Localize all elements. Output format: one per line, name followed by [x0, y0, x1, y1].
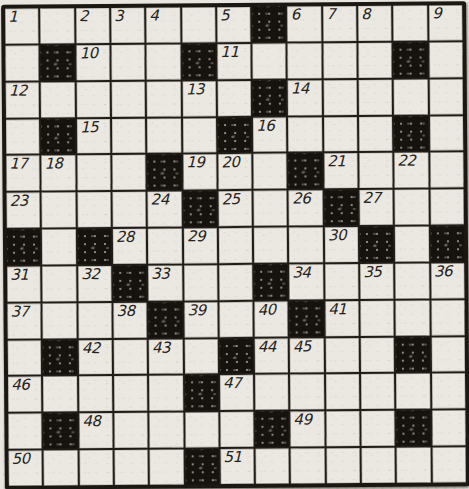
clue-number-26: 26 — [289, 191, 322, 207]
cell-r1c6[interactable] — [182, 7, 216, 42]
clue-number-47: 47 — [220, 375, 253, 391]
cell-r7c3-black — [77, 229, 111, 264]
cell-r11c4[interactable] — [114, 376, 148, 411]
cell-r7c2[interactable] — [42, 229, 76, 264]
clue-number-2: 2 — [76, 8, 110, 24]
clue-number-28: 28 — [113, 229, 147, 245]
cell-r11c11[interactable] — [361, 374, 395, 409]
cell-r7c4[interactable]: 28 — [113, 229, 147, 264]
cell-r8c12[interactable] — [396, 263, 430, 298]
cell-r9c12[interactable] — [396, 300, 430, 335]
cell-r5c3[interactable] — [77, 155, 111, 190]
cell-r3c7[interactable] — [218, 81, 252, 116]
cell-r5c6[interactable]: 19 — [183, 155, 217, 190]
clue-number-25: 25 — [218, 191, 252, 208]
cell-r1c8-black — [252, 7, 286, 42]
clue-number-30: 30 — [325, 227, 359, 244]
cell-r4c10[interactable] — [324, 117, 358, 152]
cell-r5c9-black — [289, 154, 323, 189]
cell-r13c1[interactable]: 50 — [9, 451, 43, 486]
cell-r2c7[interactable]: 11 — [217, 44, 251, 79]
cell-r11c3[interactable] — [79, 376, 113, 411]
cell-r1c2[interactable] — [40, 8, 74, 43]
clue-number-34: 34 — [290, 264, 323, 280]
cell-r7c7[interactable] — [219, 228, 253, 263]
clue-number-49: 49 — [291, 412, 324, 428]
clue-number-43: 43 — [149, 339, 183, 355]
cell-r8c9[interactable]: 34 — [290, 264, 324, 299]
cell-r11c9[interactable] — [290, 375, 324, 410]
cell-r4c3[interactable]: 15 — [77, 119, 111, 154]
cell-r8c10[interactable] — [325, 264, 359, 299]
cell-r4c11[interactable] — [359, 116, 393, 151]
cell-r9c10[interactable]: 41 — [325, 301, 359, 336]
cell-r9c2[interactable] — [43, 303, 77, 338]
cell-r5c12[interactable]: 22 — [395, 153, 429, 188]
cell-r6c10-black — [324, 190, 358, 225]
clue-number-51: 51 — [220, 449, 253, 465]
cell-r9c8[interactable]: 40 — [255, 301, 289, 336]
cell-r2c12-black — [394, 42, 428, 77]
cell-r3c6[interactable]: 13 — [182, 81, 216, 116]
clue-number-29: 29 — [183, 228, 216, 244]
cell-r11c7[interactable]: 47 — [220, 375, 254, 410]
cell-r12c5[interactable] — [150, 413, 184, 448]
cell-r9c13[interactable] — [431, 300, 465, 335]
cell-r6c7[interactable]: 25 — [218, 191, 252, 226]
cell-r7c9[interactable] — [289, 227, 323, 262]
cell-r13c9[interactable] — [291, 448, 325, 483]
clue-number-22: 22 — [395, 153, 429, 169]
clue-number-21: 21 — [324, 153, 357, 169]
cell-r7c6[interactable]: 29 — [183, 228, 217, 263]
cell-r7c12[interactable] — [395, 227, 429, 262]
clue-number-13: 13 — [182, 81, 216, 97]
cell-r2c2-black — [41, 45, 75, 80]
cell-r12c4[interactable] — [114, 413, 148, 448]
cell-r9c3[interactable] — [78, 303, 112, 338]
cell-r1c7[interactable]: 5 — [217, 7, 251, 42]
clue-number-33: 33 — [148, 265, 182, 281]
crossword-board: 1234567891011121314151617181920212223242… — [1, 1, 469, 489]
cell-r5c11[interactable] — [359, 153, 393, 188]
clue-number-32: 32 — [78, 266, 112, 282]
cell-r12c6[interactable] — [185, 412, 219, 447]
cell-r12c9[interactable]: 49 — [291, 412, 325, 447]
clue-number-19: 19 — [183, 155, 216, 171]
cell-r10c1[interactable] — [8, 340, 42, 375]
cell-r6c13[interactable] — [430, 189, 464, 224]
cell-r10c10[interactable] — [325, 338, 359, 373]
cell-r6c3[interactable] — [77, 192, 111, 227]
cell-r3c8-black — [253, 80, 287, 115]
cell-r5c7[interactable]: 20 — [218, 154, 252, 189]
cell-r3c12[interactable] — [394, 79, 428, 114]
cell-r9c5-black — [149, 302, 183, 337]
cell-r10c7-black — [220, 338, 254, 373]
cell-r12c11[interactable] — [361, 411, 395, 446]
cell-r8c1[interactable]: 31 — [7, 266, 41, 301]
clue-number-40: 40 — [255, 301, 289, 318]
cell-r11c2[interactable] — [43, 377, 77, 412]
clue-number-44: 44 — [255, 338, 288, 354]
cell-r6c12[interactable] — [395, 190, 429, 225]
cell-r9c9-black — [290, 301, 324, 336]
cell-r13c8[interactable] — [256, 449, 290, 484]
clue-number-20: 20 — [218, 154, 252, 171]
clue-number-39: 39 — [184, 302, 217, 318]
clue-number-10: 10 — [76, 45, 110, 62]
cell-r12c2-black — [44, 414, 78, 449]
cell-r1c9[interactable]: 6 — [288, 6, 322, 41]
clue-number-18: 18 — [42, 156, 76, 172]
cell-r2c6-black — [182, 44, 216, 79]
cell-r6c8[interactable] — [254, 191, 288, 226]
cell-r7c11-black — [360, 227, 394, 262]
cell-r13c11[interactable] — [362, 448, 396, 483]
cell-r8c4-black — [113, 266, 147, 301]
cell-r9c4[interactable]: 38 — [113, 302, 147, 337]
cell-r11c6-black — [185, 376, 219, 411]
cell-r13c2[interactable] — [44, 450, 78, 485]
cell-r10c9[interactable]: 45 — [290, 338, 324, 373]
cell-r11c12[interactable] — [396, 374, 430, 409]
cell-r11c1[interactable]: 46 — [8, 377, 42, 412]
cell-r2c8[interactable] — [253, 43, 287, 78]
cell-r4c5[interactable] — [147, 118, 181, 153]
cell-r11c13[interactable] — [432, 374, 466, 409]
cell-r6c9[interactable]: 26 — [289, 191, 323, 226]
cell-r5c10[interactable]: 21 — [324, 153, 358, 188]
cell-r4c13[interactable] — [430, 116, 464, 151]
cell-r2c13[interactable] — [429, 42, 463, 77]
cell-r4c12-black — [394, 116, 428, 151]
cell-r4c8[interactable]: 16 — [253, 117, 287, 152]
clue-number-41: 41 — [325, 301, 358, 317]
cell-r9c11[interactable] — [361, 301, 395, 336]
clue-number-17: 17 — [6, 156, 39, 172]
cell-r2c11[interactable] — [358, 43, 392, 78]
clue-number-24: 24 — [148, 192, 181, 208]
clue-number-37: 37 — [7, 303, 40, 319]
crossword-grid: 1234567891011121314151617181920212223242… — [5, 5, 466, 486]
cell-r5c13[interactable] — [430, 153, 464, 188]
cell-r8c3[interactable]: 32 — [78, 266, 112, 301]
cell-r8c13[interactable]: 36 — [431, 263, 465, 298]
cell-r7c10[interactable]: 30 — [325, 227, 359, 262]
cell-r2c9[interactable] — [288, 43, 322, 78]
cell-r2c10[interactable] — [323, 43, 357, 78]
cell-r5c5-black — [148, 155, 182, 190]
clue-number-12: 12 — [6, 82, 39, 98]
cell-r12c12-black — [397, 411, 431, 446]
cell-r3c4[interactable] — [112, 81, 146, 116]
cell-r2c4[interactable] — [111, 45, 145, 80]
cell-r5c1[interactable]: 17 — [6, 156, 40, 191]
clue-number-45: 45 — [290, 338, 324, 355]
cell-r10c12-black — [396, 337, 430, 372]
clue-number-38: 38 — [113, 302, 147, 318]
cell-r12c13[interactable] — [432, 410, 466, 445]
cell-r8c2[interactable] — [42, 266, 76, 301]
cell-r3c9[interactable]: 14 — [288, 80, 322, 115]
cell-r1c11[interactable]: 8 — [358, 6, 392, 41]
cell-r13c3[interactable] — [79, 450, 113, 485]
cell-r10c2-black — [43, 340, 77, 375]
clue-number-6: 6 — [288, 6, 321, 22]
clue-number-1: 1 — [5, 9, 38, 25]
cell-r8c7[interactable] — [219, 265, 253, 300]
cell-r12c7[interactable] — [220, 412, 254, 447]
clue-number-7: 7 — [323, 6, 356, 22]
cell-r11c10[interactable] — [326, 374, 360, 409]
cell-r3c10[interactable] — [323, 80, 357, 115]
cell-r6c2[interactable] — [42, 192, 76, 227]
cell-r1c1[interactable]: 1 — [5, 9, 39, 44]
cell-r6c6-black — [183, 191, 217, 226]
cell-r2c5[interactable] — [147, 44, 181, 79]
cell-r11c5[interactable] — [149, 376, 183, 411]
cell-r1c5[interactable]: 4 — [146, 7, 180, 42]
clue-number-46: 46 — [8, 377, 41, 393]
cell-r10c5[interactable]: 43 — [149, 339, 183, 374]
cell-r3c2[interactable] — [41, 82, 75, 117]
clue-number-31: 31 — [7, 266, 40, 282]
cell-r2c3[interactable]: 10 — [76, 45, 110, 80]
cell-r4c2-black — [41, 119, 75, 154]
cell-r3c5[interactable] — [147, 81, 181, 116]
cell-r6c5[interactable]: 24 — [148, 192, 182, 227]
cell-r8c11[interactable]: 35 — [360, 264, 394, 299]
cell-r13c5[interactable] — [150, 450, 184, 485]
cell-r13c4[interactable] — [115, 450, 149, 485]
cell-r11c8[interactable] — [255, 375, 289, 410]
cell-r3c3[interactable] — [76, 82, 110, 117]
clue-number-50: 50 — [9, 451, 43, 468]
cell-r6c11[interactable]: 27 — [360, 190, 394, 225]
clue-number-48: 48 — [79, 413, 113, 429]
clue-number-11: 11 — [217, 44, 250, 60]
cell-r4c1[interactable] — [6, 119, 40, 154]
cell-r1c12[interactable] — [393, 5, 427, 40]
clue-number-4: 4 — [146, 7, 179, 23]
clue-number-36: 36 — [431, 263, 464, 279]
cell-r6c4[interactable] — [112, 192, 146, 227]
cell-r4c9[interactable] — [288, 117, 322, 152]
cell-r7c8[interactable] — [254, 228, 288, 263]
cell-r5c8[interactable] — [253, 154, 287, 189]
cell-r10c8[interactable]: 44 — [255, 338, 289, 373]
clue-number-27: 27 — [360, 190, 394, 206]
cell-r12c3[interactable]: 48 — [79, 413, 113, 448]
clue-number-42: 42 — [78, 340, 112, 356]
cell-r5c4[interactable] — [112, 155, 146, 190]
cell-r1c3[interactable]: 2 — [76, 8, 110, 43]
cell-r10c3[interactable]: 42 — [78, 340, 112, 375]
scanned-crossword-page: { "game": "crossword", "board": { "rows"… — [0, 0, 469, 489]
clue-number-23: 23 — [7, 193, 41, 209]
cell-r13c10[interactable] — [326, 448, 360, 483]
cell-r10c11[interactable] — [361, 337, 395, 372]
clue-number-3: 3 — [111, 8, 145, 24]
cell-r12c8-black — [255, 412, 289, 447]
clue-number-9: 9 — [429, 5, 462, 21]
cell-r6c1[interactable]: 23 — [7, 193, 41, 228]
clue-number-5: 5 — [217, 7, 251, 24]
cell-r1c10[interactable]: 7 — [323, 6, 357, 41]
cell-r9c6[interactable]: 39 — [184, 302, 218, 337]
cell-r13c7[interactable]: 51 — [220, 449, 254, 484]
cell-r8c8-black — [254, 265, 288, 300]
cell-r2c1[interactable] — [5, 45, 39, 80]
cell-r4c7-black — [218, 117, 252, 152]
clue-number-14: 14 — [288, 80, 321, 96]
cell-r1c4[interactable]: 3 — [111, 8, 145, 43]
cell-r7c1-black — [7, 230, 41, 265]
cell-r1c13[interactable]: 9 — [429, 5, 463, 40]
cell-r10c13[interactable] — [431, 337, 465, 372]
cell-r7c13-black — [431, 226, 465, 261]
clue-number-15: 15 — [77, 119, 111, 136]
cell-r3c1[interactable]: 12 — [6, 82, 40, 117]
clue-number-8: 8 — [358, 6, 392, 22]
cell-r12c10[interactable] — [326, 411, 360, 446]
cell-r9c1[interactable]: 37 — [7, 303, 41, 338]
cell-r10c6[interactable] — [184, 339, 218, 374]
cell-r13c12[interactable] — [397, 448, 431, 483]
clue-number-35: 35 — [360, 264, 394, 281]
cell-r7c5[interactable] — [148, 228, 182, 263]
cell-r13c6-black — [185, 449, 219, 484]
cell-r8c5[interactable]: 33 — [148, 265, 182, 300]
cell-r9c7[interactable] — [219, 302, 253, 337]
clue-number-16: 16 — [253, 117, 286, 133]
cell-r5c2[interactable]: 18 — [42, 156, 76, 191]
cell-r10c4[interactable] — [114, 339, 148, 374]
cell-r4c4[interactable] — [112, 118, 146, 153]
cell-r3c13[interactable] — [429, 79, 463, 114]
cell-r12c1[interactable] — [8, 414, 42, 449]
cell-r13c13[interactable] — [432, 447, 466, 482]
cell-r8c6[interactable] — [184, 265, 218, 300]
cell-r3c11[interactable] — [359, 79, 393, 114]
cell-r4c6[interactable] — [183, 118, 217, 153]
